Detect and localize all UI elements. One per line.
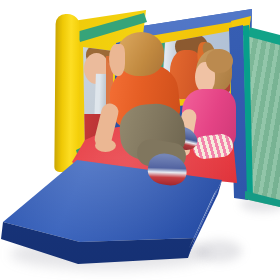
- girl-hair-front: [206, 49, 233, 73]
- left-wall-front-edge: [54, 14, 79, 172]
- product-photo: [0, 0, 280, 280]
- soft-play-scene: [0, 0, 280, 280]
- boy-hand: [95, 139, 116, 152]
- boy-face: [109, 44, 125, 76]
- mat-corner-shadow: [196, 240, 242, 262]
